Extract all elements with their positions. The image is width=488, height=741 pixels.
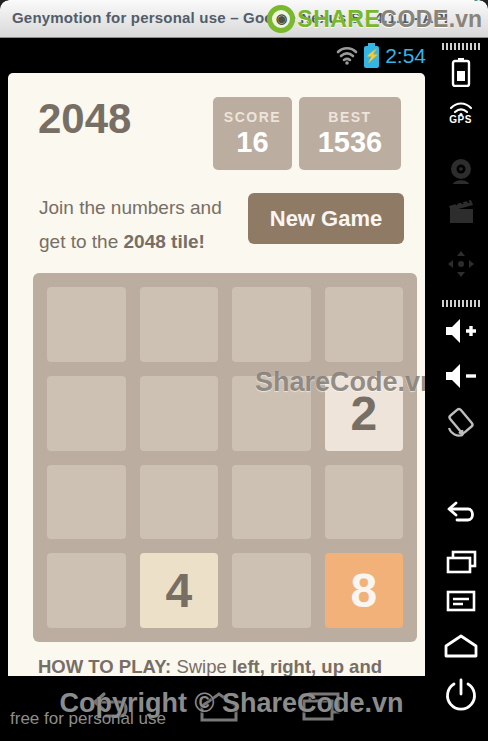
- logo-text-share: SHARE: [297, 6, 380, 33]
- power-icon: [442, 677, 480, 715]
- cell-r3c4: [325, 465, 404, 540]
- score-label: SCORE: [224, 109, 281, 125]
- screencast-icon: [445, 196, 477, 226]
- webcam-icon: [445, 156, 477, 188]
- new-game-button[interactable]: New Game: [248, 193, 404, 244]
- score-box: SCORE 16: [213, 97, 292, 170]
- sidebar-menu-button[interactable]: [445, 589, 477, 613]
- android-screen: ⚡ 2:54 2048 SCORE 16 BEST 1536 Join the …: [0, 38, 433, 741]
- logo-text-code: CODE: [380, 6, 448, 33]
- cell-r4c3: [232, 553, 311, 628]
- home-icon: [443, 633, 479, 659]
- game-title: 2048: [38, 95, 131, 143]
- cell-r3c2: [140, 465, 219, 540]
- cell-r2c2: [140, 376, 219, 451]
- cell-r1c1: [47, 287, 126, 362]
- gps-label: GPS: [449, 114, 472, 125]
- cell-r4c2: 4: [140, 553, 219, 628]
- screencast-button[interactable]: [445, 196, 477, 226]
- how-to-play-text: HOW TO PLAY: Swipe left, right, up and: [38, 656, 382, 676]
- board-2048[interactable]: 248: [33, 273, 417, 642]
- rotate-screen-button[interactable]: [444, 404, 478, 438]
- best-value: 1536: [318, 126, 383, 159]
- game-2048-view: 2048 SCORE 16 BEST 1536 Join the numbers…: [8, 73, 425, 676]
- sidebar-back-button[interactable]: [444, 501, 478, 527]
- sharecode-logo: ◉SHARECODE.vnˇ: [267, 3, 482, 35]
- grid-watermark: ShareCode.vn: [255, 367, 425, 398]
- cell-r4c1: [47, 553, 126, 628]
- volume-down-icon: [444, 363, 478, 389]
- volume-up-button[interactable]: [444, 318, 478, 344]
- dpad-button[interactable]: [446, 249, 476, 279]
- battery-charging-icon: ⚡: [364, 46, 379, 68]
- cell-r2c1: [47, 376, 126, 451]
- volume-up-icon: [444, 318, 478, 344]
- android-nav-bar: Copyright © ShareCode.vn free for person…: [0, 676, 433, 741]
- android-status-bar: ⚡ 2:54: [0, 38, 433, 73]
- best-label: BEST: [328, 109, 371, 125]
- cell-r1c3: [232, 287, 311, 362]
- gps-widget-button[interactable]: GPS: [448, 100, 474, 125]
- sidebar-recents-button[interactable]: [444, 549, 478, 577]
- wifi-icon: [336, 46, 358, 65]
- license-watermark: free for personal use: [10, 709, 166, 729]
- sidebar-power-button[interactable]: [442, 677, 480, 715]
- menu-icon: [445, 589, 477, 613]
- recent-apps-icon: [444, 549, 478, 577]
- webcam-button[interactable]: [445, 156, 477, 188]
- grip-handle: [442, 43, 480, 50]
- cell-r4c4: 8: [325, 553, 404, 628]
- best-box: BEST 1536: [299, 97, 401, 170]
- genymotion-sidebar: GPS: [433, 38, 488, 741]
- cell-r1c4: [325, 287, 404, 362]
- cell-r3c3: [232, 465, 311, 540]
- status-clock: 2:54: [385, 44, 426, 68]
- grip-handle: [442, 300, 480, 307]
- rotate-screen-icon: [444, 404, 478, 438]
- cell-r3c1: [47, 465, 126, 540]
- window-titlebar: Genymotion for personal use – Google Nex…: [0, 0, 488, 38]
- dpad-icon: [446, 249, 476, 279]
- cell-r1c2: [140, 287, 219, 362]
- logo-text-vn: .vnˇ: [449, 6, 482, 33]
- intro-text: Join the numbers and get to the 2048 til…: [39, 191, 222, 259]
- genymotion-window: Genymotion for personal use – Google Nex…: [0, 0, 488, 741]
- battery-widget-button[interactable]: [450, 57, 472, 87]
- logo-caron: ˇ: [472, 0, 479, 18]
- sidebar-home-button[interactable]: [443, 633, 479, 659]
- sharecode-logo-icon: ◉: [267, 5, 295, 33]
- back-icon: [444, 501, 478, 527]
- volume-down-button[interactable]: [444, 363, 478, 389]
- score-value: 16: [236, 126, 268, 159]
- battery-icon: [450, 57, 472, 87]
